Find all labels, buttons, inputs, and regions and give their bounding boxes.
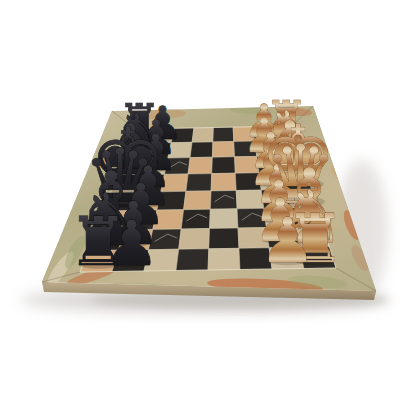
board-square — [212, 142, 234, 158]
board-square — [188, 157, 212, 174]
board-square — [210, 191, 237, 210]
board-square — [176, 249, 209, 271]
chess-scene-svg: ♜♟♟♜♟♞♟♞♟♝♟♝♟♚♟♚♟♛♟♛♟♝♟♝♟♞♟♞♜♟♟♜ — [0, 0, 416, 416]
piece-black-rook: ♜ — [68, 203, 128, 281]
board-square — [181, 209, 210, 229]
board-square — [184, 191, 212, 210]
board-square — [186, 174, 212, 192]
board-square — [208, 248, 240, 270]
board-square — [212, 157, 236, 174]
board-square — [190, 142, 213, 158]
piece-white-pawn: ♟ — [260, 204, 316, 277]
board-square — [211, 173, 236, 191]
board-square — [192, 128, 213, 143]
board-square — [209, 228, 239, 249]
board-square — [179, 229, 210, 250]
board-square — [213, 127, 234, 142]
chess-set-photo: ♜♟♟♜♟♞♟♞♟♝♟♝♟♚♟♚♟♛♟♛♟♝♟♝♟♞♟♞♜♟♟♜ — [0, 0, 416, 416]
board-square — [210, 209, 238, 229]
